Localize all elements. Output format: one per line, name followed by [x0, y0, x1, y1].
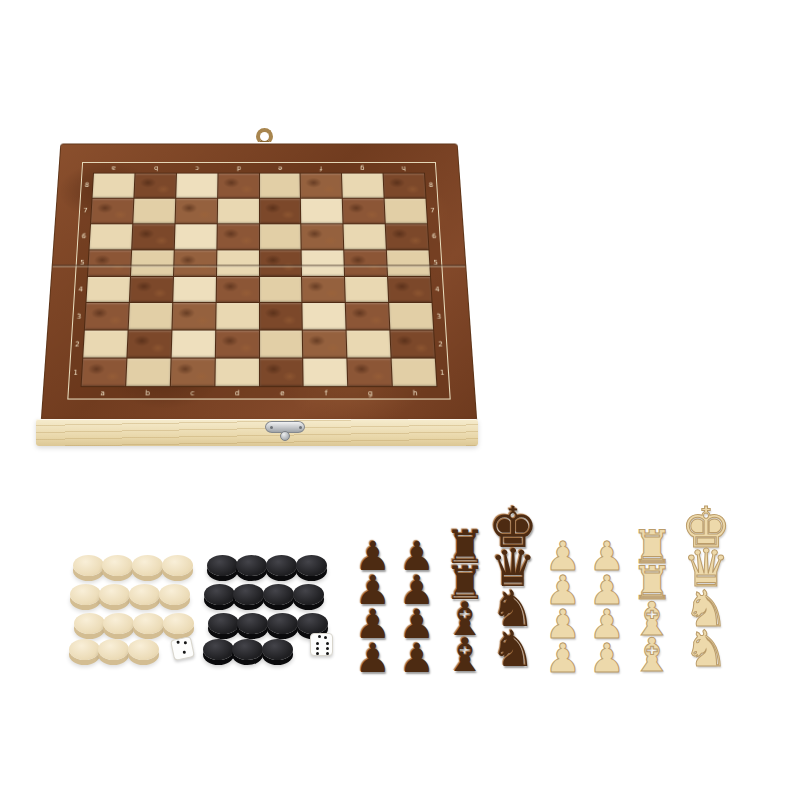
chess-piece-dark-knight[interactable]: ♞	[491, 624, 536, 674]
checker-white[interactable]	[73, 555, 104, 576]
square-g8[interactable]	[342, 174, 383, 198]
file-label: d	[237, 164, 241, 171]
file-label: h	[413, 389, 418, 397]
checker-white[interactable]	[162, 555, 193, 576]
square-b7[interactable]	[133, 199, 175, 224]
checker-black[interactable]	[208, 613, 239, 634]
file-labels-top: abcdefgh	[93, 163, 425, 173]
die-pip	[326, 642, 329, 645]
square-f5[interactable]	[302, 250, 344, 275]
checker-white[interactable]	[159, 584, 190, 605]
square-h5[interactable]	[387, 250, 430, 275]
square-h4[interactable]	[388, 276, 431, 302]
checker-white[interactable]	[69, 639, 100, 660]
hanging-ring-icon	[252, 126, 276, 142]
chess-board: abcdefgh abcdefgh 87654321 87654321	[41, 144, 478, 422]
clasp-screw	[270, 426, 273, 429]
square-b5[interactable]	[131, 250, 174, 275]
file-label: e	[278, 164, 282, 171]
checker-white[interactable]	[74, 613, 105, 634]
square-b4[interactable]	[130, 276, 173, 302]
square-e8[interactable]	[259, 174, 300, 198]
square-b3[interactable]	[129, 303, 172, 329]
square-d2[interactable]	[215, 331, 258, 358]
file-label: d	[235, 389, 240, 397]
square-a8[interactable]	[93, 174, 135, 198]
file-label: h	[401, 164, 406, 171]
square-b8[interactable]	[134, 174, 175, 198]
die-pip	[316, 652, 319, 655]
checker-white[interactable]	[103, 613, 134, 634]
square-d6[interactable]	[217, 224, 258, 249]
rank-label: 4	[78, 286, 83, 294]
square-c4[interactable]	[173, 276, 216, 302]
rank-label: 1	[73, 369, 78, 377]
file-label: a	[112, 164, 117, 171]
chess-piece-dark-pawn[interactable]: ♟	[399, 638, 435, 678]
rank-label: 8	[429, 182, 434, 189]
ring-metal	[256, 128, 273, 142]
rank-label: 7	[83, 207, 88, 214]
square-e2[interactable]	[260, 331, 303, 358]
file-label: g	[360, 164, 365, 171]
square-e6[interactable]	[259, 224, 300, 249]
square-d3[interactable]	[216, 303, 259, 329]
checker-black[interactable]	[204, 584, 235, 605]
square-a5[interactable]	[88, 250, 131, 275]
square-h1[interactable]	[392, 359, 437, 386]
product-photo: abcdefgh abcdefgh 87654321 87654321 ♟♟♟♟…	[0, 0, 800, 800]
square-c2[interactable]	[171, 331, 214, 358]
file-labels-bottom: abcdefgh	[80, 387, 438, 398]
die-white-set[interactable]	[170, 636, 195, 661]
square-d5[interactable]	[217, 250, 259, 275]
rank-label: 6	[432, 233, 437, 240]
file-label: f	[320, 164, 323, 171]
latch-clasp[interactable]	[265, 421, 305, 433]
square-g5[interactable]	[344, 250, 387, 275]
checker-white[interactable]	[163, 613, 194, 634]
square-g4[interactable]	[345, 276, 388, 302]
die-pip	[182, 650, 186, 654]
square-f2[interactable]	[303, 331, 346, 358]
square-h3[interactable]	[389, 303, 433, 329]
checker-black[interactable]	[237, 613, 268, 634]
die-pip	[318, 635, 321, 638]
square-c6[interactable]	[175, 224, 217, 249]
clasp-knob[interactable]	[280, 431, 290, 441]
checker-white[interactable]	[98, 639, 129, 660]
checker-black[interactable]	[203, 639, 234, 660]
checker-white[interactable]	[70, 584, 101, 605]
checker-black[interactable]	[296, 555, 327, 576]
checker-black[interactable]	[293, 584, 324, 605]
file-label: f	[325, 389, 328, 397]
square-a7[interactable]	[91, 199, 133, 224]
clasp-screw	[299, 426, 302, 429]
checker-white[interactable]	[132, 555, 163, 576]
square-d7[interactable]	[217, 199, 258, 224]
checker-black[interactable]	[297, 613, 328, 634]
square-g3[interactable]	[346, 303, 389, 329]
square-b1[interactable]	[126, 359, 170, 386]
square-f1[interactable]	[304, 359, 348, 386]
checker-white[interactable]	[102, 555, 133, 576]
checker-black[interactable]	[263, 584, 294, 605]
checker-white[interactable]	[133, 613, 164, 634]
square-a3[interactable]	[85, 303, 129, 329]
square-h6[interactable]	[386, 224, 429, 249]
square-a1[interactable]	[82, 359, 127, 386]
chess-piece-light-pawn[interactable]: ♟	[545, 638, 581, 678]
checker-white[interactable]	[129, 584, 160, 605]
checker-white[interactable]	[128, 639, 159, 660]
chess-piece-light-knight[interactable]: ♞	[684, 624, 729, 674]
rank-label: 3	[77, 313, 82, 321]
chess-piece-dark-bishop[interactable]: ♝	[444, 632, 485, 678]
rank-label: 8	[85, 182, 90, 189]
chess-piece-dark-pawn[interactable]: ♟	[355, 638, 391, 678]
square-c7[interactable]	[175, 199, 216, 224]
square-c1[interactable]	[171, 359, 215, 386]
die-pip	[324, 636, 327, 639]
square-d1[interactable]	[215, 359, 258, 386]
square-e4[interactable]	[260, 276, 302, 302]
file-label: b	[145, 389, 150, 397]
square-b6[interactable]	[132, 224, 174, 249]
chess-piece-light-pawn[interactable]: ♟	[589, 638, 625, 678]
board-grid	[81, 173, 438, 387]
file-label: e	[280, 389, 285, 397]
file-label: a	[100, 389, 105, 397]
square-c8[interactable]	[176, 174, 217, 198]
rank-label: 3	[436, 313, 441, 321]
square-d8[interactable]	[218, 174, 259, 198]
square-f4[interactable]	[302, 276, 345, 302]
die-black-set[interactable]	[310, 633, 333, 656]
square-a6[interactable]	[90, 224, 133, 249]
square-g1[interactable]	[348, 359, 392, 386]
checker-black[interactable]	[262, 639, 293, 660]
square-e5[interactable]	[259, 250, 301, 275]
square-d4[interactable]	[216, 276, 258, 302]
square-b2[interactable]	[127, 331, 171, 358]
die-pip	[326, 652, 329, 655]
square-f6[interactable]	[302, 224, 344, 249]
square-g7[interactable]	[343, 199, 385, 224]
die-pip	[326, 647, 329, 650]
square-c5[interactable]	[174, 250, 216, 275]
pine-box-edge	[36, 419, 478, 446]
square-h2[interactable]	[391, 331, 435, 358]
checker-black[interactable]	[236, 555, 267, 576]
rank-label: 1	[440, 369, 445, 377]
square-g2[interactable]	[347, 331, 391, 358]
square-a2[interactable]	[83, 331, 127, 358]
file-label: b	[154, 164, 159, 171]
checker-black[interactable]	[266, 555, 297, 576]
square-f7[interactable]	[301, 199, 342, 224]
file-label: g	[368, 389, 373, 397]
file-label: c	[190, 389, 194, 397]
square-a4[interactable]	[86, 276, 129, 302]
checker-black[interactable]	[232, 639, 263, 660]
chess-piece-light-bishop[interactable]: ♝	[631, 632, 672, 678]
checker-black[interactable]	[233, 584, 264, 605]
die-pip	[316, 647, 319, 650]
square-f8[interactable]	[301, 174, 342, 198]
die-pip	[177, 641, 181, 645]
die-pip	[183, 641, 187, 645]
square-e3[interactable]	[260, 303, 303, 329]
rank-label: 2	[75, 340, 80, 348]
square-c3[interactable]	[172, 303, 215, 329]
square-f3[interactable]	[303, 303, 346, 329]
square-h7[interactable]	[385, 199, 427, 224]
square-e1[interactable]	[260, 359, 303, 386]
board-playfield: abcdefgh abcdefgh 87654321 87654321	[67, 162, 450, 400]
rank-label: 7	[430, 207, 435, 214]
rank-label: 4	[435, 286, 440, 294]
square-e7[interactable]	[259, 199, 300, 224]
square-g6[interactable]	[344, 224, 386, 249]
rank-label: 6	[81, 233, 86, 240]
rank-label: 2	[438, 340, 443, 348]
checker-black[interactable]	[267, 613, 298, 634]
checker-white[interactable]	[99, 584, 130, 605]
file-label: c	[195, 164, 199, 171]
fold-seam	[53, 265, 466, 268]
checker-black[interactable]	[207, 555, 238, 576]
square-h8[interactable]	[384, 174, 426, 198]
die-pip	[316, 642, 319, 645]
